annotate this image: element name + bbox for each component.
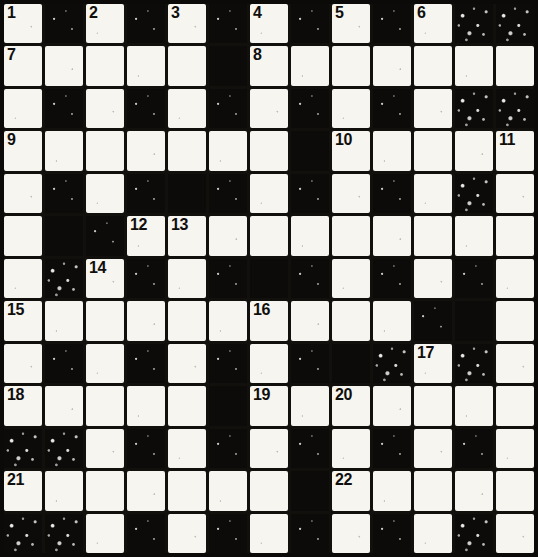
cell-r9c4 — [127, 344, 165, 383]
cell-r4c12[interactable] — [455, 131, 493, 170]
cell-r3c8 — [291, 89, 329, 128]
cell-r5c2 — [45, 174, 83, 213]
cell-r3c10 — [373, 89, 411, 128]
cell-r1c2 — [45, 4, 83, 43]
cell-r5c11[interactable] — [414, 174, 452, 213]
cell-r13c6 — [209, 514, 247, 553]
cell-r10c7[interactable]: 19 — [250, 386, 288, 425]
cell-r13c8 — [291, 514, 329, 553]
cell-r8c6[interactable] — [209, 301, 247, 340]
cell-r11c6 — [209, 429, 247, 468]
cell-r8c8[interactable] — [291, 301, 329, 340]
cell-r2c13[interactable] — [496, 46, 534, 85]
cell-r1c7[interactable]: 4 — [250, 4, 288, 43]
cell-r9c8 — [291, 344, 329, 383]
cell-r12c1[interactable]: 21 — [4, 471, 42, 510]
cell-r10c6 — [209, 386, 247, 425]
clue-number: 7 — [7, 47, 15, 63]
cell-r12c12[interactable] — [455, 471, 493, 510]
cell-r7c11[interactable] — [414, 259, 452, 298]
cell-r8c5[interactable] — [168, 301, 206, 340]
cell-r7c12 — [455, 259, 493, 298]
cell-r3c3[interactable] — [86, 89, 124, 128]
cell-r12c13[interactable] — [496, 471, 534, 510]
cell-r10c2[interactable] — [45, 386, 83, 425]
cell-r8c9[interactable] — [332, 301, 370, 340]
cell-r11c4 — [127, 429, 165, 468]
cell-r9c11[interactable]: 17 — [414, 344, 452, 383]
cell-r5c6 — [209, 174, 247, 213]
cell-r4c8 — [291, 131, 329, 170]
cell-r4c3[interactable] — [86, 131, 124, 170]
cell-r1c6 — [209, 4, 247, 43]
cell-r8c13[interactable] — [496, 301, 534, 340]
clue-number: 17 — [417, 345, 434, 361]
cell-r11c1 — [4, 429, 42, 468]
cell-r2c7[interactable]: 8 — [250, 46, 288, 85]
cell-r13c4 — [127, 514, 165, 553]
clue-number: 13 — [171, 217, 188, 233]
cell-r12c10[interactable] — [373, 471, 411, 510]
cell-r5c1[interactable] — [4, 174, 42, 213]
cell-r3c12 — [455, 89, 493, 128]
cell-r5c3[interactable] — [86, 174, 124, 213]
cell-r4c5[interactable] — [168, 131, 206, 170]
cell-r2c2[interactable] — [45, 46, 83, 85]
cell-r6c2 — [45, 216, 83, 255]
cell-r11c5[interactable] — [168, 429, 206, 468]
cell-r8c7[interactable]: 16 — [250, 301, 288, 340]
cell-r1c10 — [373, 4, 411, 43]
cell-r10c3[interactable] — [86, 386, 124, 425]
cell-r11c7[interactable] — [250, 429, 288, 468]
cell-r3c4 — [127, 89, 165, 128]
cell-r6c5[interactable]: 13 — [168, 216, 206, 255]
cell-r9c2 — [45, 344, 83, 383]
cell-r3c1[interactable] — [4, 89, 42, 128]
cell-r5c5 — [168, 174, 206, 213]
cell-r6c9[interactable] — [332, 216, 370, 255]
clue-number: 5 — [335, 5, 343, 21]
cell-r7c8 — [291, 259, 329, 298]
cell-r13c1 — [4, 514, 42, 553]
cell-r6c1[interactable] — [4, 216, 42, 255]
clue-number: 18 — [7, 387, 24, 403]
crossword-grid: 12345678910111213141516171819202122 — [0, 0, 538, 557]
clue-number: 19 — [253, 387, 270, 403]
cell-r13c9[interactable] — [332, 514, 370, 553]
cell-r2c8[interactable] — [291, 46, 329, 85]
cell-r11c12 — [455, 429, 493, 468]
cell-r2c10[interactable] — [373, 46, 411, 85]
cell-r6c7[interactable] — [250, 216, 288, 255]
cell-r6c8[interactable] — [291, 216, 329, 255]
cell-r12c7[interactable] — [250, 471, 288, 510]
cell-r13c7[interactable] — [250, 514, 288, 553]
cell-r9c10 — [373, 344, 411, 383]
cell-r6c12[interactable] — [455, 216, 493, 255]
cell-r1c11[interactable]: 6 — [414, 4, 452, 43]
cell-r7c2 — [45, 259, 83, 298]
cell-r4c9[interactable]: 10 — [332, 131, 370, 170]
cell-r12c11[interactable] — [414, 471, 452, 510]
cell-r10c8[interactable] — [291, 386, 329, 425]
clue-number: 15 — [7, 302, 24, 318]
clue-number: 2 — [89, 5, 97, 21]
cell-r4c7[interactable] — [250, 131, 288, 170]
cell-r13c11[interactable] — [414, 514, 452, 553]
cell-r3c5[interactable] — [168, 89, 206, 128]
clue-number: 1 — [7, 5, 15, 21]
cell-r5c9[interactable] — [332, 174, 370, 213]
cell-r10c11[interactable] — [414, 386, 452, 425]
cell-r9c7[interactable] — [250, 344, 288, 383]
cell-r4c11[interactable] — [414, 131, 452, 170]
cell-r5c13[interactable] — [496, 174, 534, 213]
cell-r11c9[interactable] — [332, 429, 370, 468]
cell-r3c2 — [45, 89, 83, 128]
clue-number: 3 — [171, 5, 179, 21]
cell-r6c13[interactable] — [496, 216, 534, 255]
clue-number: 8 — [253, 47, 261, 63]
cell-r2c5[interactable] — [168, 46, 206, 85]
cell-r11c13[interactable] — [496, 429, 534, 468]
clue-number: 12 — [130, 217, 147, 233]
cell-r6c4[interactable]: 12 — [127, 216, 165, 255]
cell-r11c11[interactable] — [414, 429, 452, 468]
cell-r1c13 — [496, 4, 534, 43]
cell-r8c3[interactable] — [86, 301, 124, 340]
clue-number: 22 — [335, 472, 352, 488]
cell-r13c3[interactable] — [86, 514, 124, 553]
cell-r1c8 — [291, 4, 329, 43]
clue-number: 14 — [89, 260, 106, 276]
cell-r1c3[interactable]: 2 — [86, 4, 124, 43]
cell-r10c4[interactable] — [127, 386, 165, 425]
cell-r4c1[interactable]: 9 — [4, 131, 42, 170]
cell-r13c12 — [455, 514, 493, 553]
cell-r4c2[interactable] — [45, 131, 83, 170]
cell-r3c9[interactable] — [332, 89, 370, 128]
cell-r1c12 — [455, 4, 493, 43]
cell-r10c1[interactable]: 18 — [4, 386, 42, 425]
cell-r11c10 — [373, 429, 411, 468]
cell-r8c2[interactable] — [45, 301, 83, 340]
cell-r1c4 — [127, 4, 165, 43]
cell-r10c5[interactable] — [168, 386, 206, 425]
cell-r8c11 — [414, 301, 452, 340]
cell-r12c4[interactable] — [127, 471, 165, 510]
cell-r9c13[interactable] — [496, 344, 534, 383]
cell-r7c7 — [250, 259, 288, 298]
cell-r11c8 — [291, 429, 329, 468]
cell-r2c11[interactable] — [414, 46, 452, 85]
cell-r12c2[interactable] — [45, 471, 83, 510]
cell-r4c13[interactable]: 11 — [496, 131, 534, 170]
cell-r3c11[interactable] — [414, 89, 452, 128]
cell-r11c2 — [45, 429, 83, 468]
cell-r1c5[interactable]: 3 — [168, 4, 206, 43]
cell-r2c6 — [209, 46, 247, 85]
cell-r12c6[interactable] — [209, 471, 247, 510]
cell-r7c3[interactable]: 14 — [86, 259, 124, 298]
cell-r9c5[interactable] — [168, 344, 206, 383]
cell-r9c9 — [332, 344, 370, 383]
clue-number: 6 — [417, 5, 425, 21]
cell-r8c10[interactable] — [373, 301, 411, 340]
cell-r9c6 — [209, 344, 247, 383]
cell-r2c9[interactable] — [332, 46, 370, 85]
cell-r9c3[interactable] — [86, 344, 124, 383]
clue-number: 4 — [253, 5, 261, 21]
cell-r7c5[interactable] — [168, 259, 206, 298]
clue-number: 16 — [253, 302, 270, 318]
cell-r12c8 — [291, 471, 329, 510]
cell-r7c13[interactable] — [496, 259, 534, 298]
cell-r13c2 — [45, 514, 83, 553]
cell-r1c1[interactable]: 1 — [4, 4, 42, 43]
cell-r10c10[interactable] — [373, 386, 411, 425]
cell-r3c6 — [209, 89, 247, 128]
clue-number: 10 — [335, 132, 352, 148]
cell-r2c3[interactable] — [86, 46, 124, 85]
cell-r13c10 — [373, 514, 411, 553]
cell-r7c10 — [373, 259, 411, 298]
clue-number: 20 — [335, 387, 352, 403]
cell-r2c4[interactable] — [127, 46, 165, 85]
cell-r6c10[interactable] — [373, 216, 411, 255]
cell-r8c4[interactable] — [127, 301, 165, 340]
cell-r12c3[interactable] — [86, 471, 124, 510]
clue-number: 11 — [499, 132, 515, 148]
cell-r5c4 — [127, 174, 165, 213]
cell-r4c6[interactable] — [209, 131, 247, 170]
cell-r7c4 — [127, 259, 165, 298]
cell-r9c12 — [455, 344, 493, 383]
cell-r5c8 — [291, 174, 329, 213]
cell-r8c1[interactable]: 15 — [4, 301, 42, 340]
clue-number: 21 — [7, 472, 24, 488]
cell-r2c1[interactable]: 7 — [4, 46, 42, 85]
cell-r6c3 — [86, 216, 124, 255]
cell-r6c11[interactable] — [414, 216, 452, 255]
clue-number: 9 — [7, 132, 15, 148]
cell-r8c12 — [455, 301, 493, 340]
cell-r12c5[interactable] — [168, 471, 206, 510]
cell-r6c6[interactable] — [209, 216, 247, 255]
cell-r11c3[interactable] — [86, 429, 124, 468]
cell-r4c10[interactable] — [373, 131, 411, 170]
cell-r13c13[interactable] — [496, 514, 534, 553]
cell-r10c12[interactable] — [455, 386, 493, 425]
cell-r5c10 — [373, 174, 411, 213]
cell-r5c7[interactable] — [250, 174, 288, 213]
cell-r7c9[interactable] — [332, 259, 370, 298]
cell-r13c5[interactable] — [168, 514, 206, 553]
cell-r10c9[interactable]: 20 — [332, 386, 370, 425]
cell-r1c9[interactable]: 5 — [332, 4, 370, 43]
cell-r10c13[interactable] — [496, 386, 534, 425]
cell-r7c6 — [209, 259, 247, 298]
cell-r5c12 — [455, 174, 493, 213]
cell-r3c13 — [496, 89, 534, 128]
cell-r2c12[interactable] — [455, 46, 493, 85]
cell-r4c4[interactable] — [127, 131, 165, 170]
cell-r12c9[interactable]: 22 — [332, 471, 370, 510]
cell-r3c7[interactable] — [250, 89, 288, 128]
cell-r7c1[interactable] — [4, 259, 42, 298]
cell-r9c1[interactable] — [4, 344, 42, 383]
